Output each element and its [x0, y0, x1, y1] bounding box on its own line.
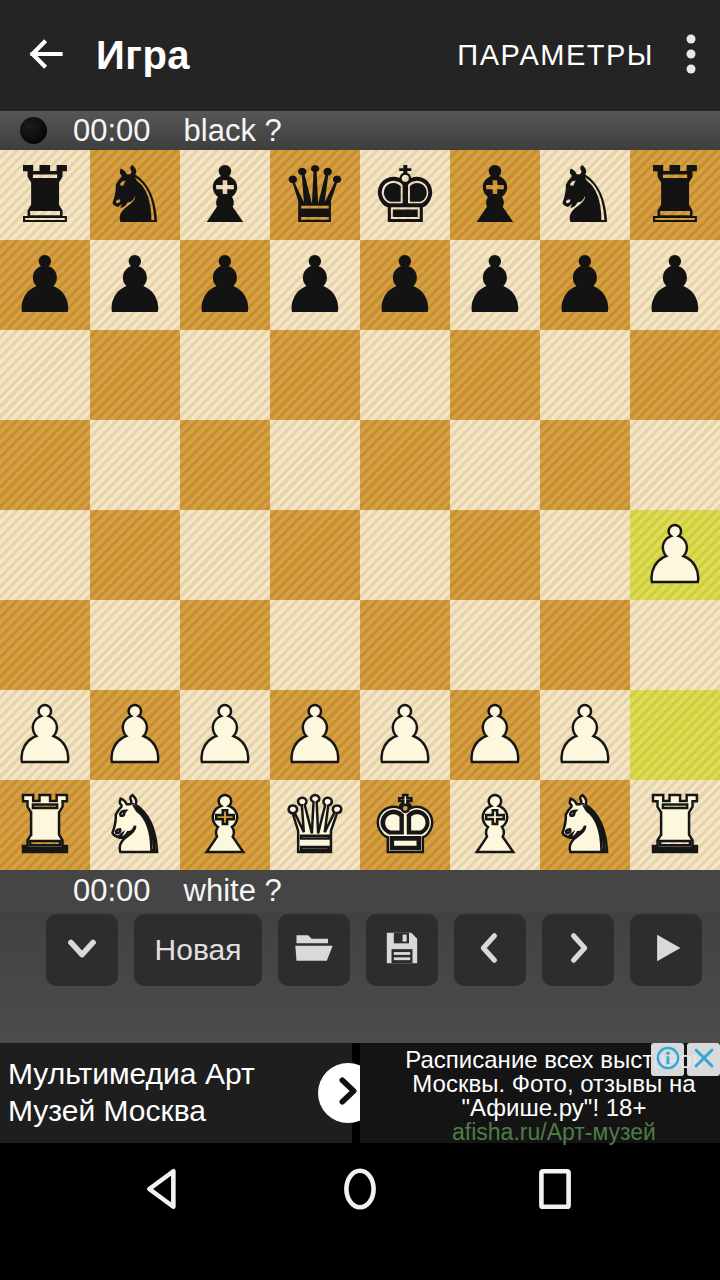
white-rook: ♜	[640, 780, 710, 870]
square-b6[interactable]	[90, 330, 180, 420]
square-d4[interactable]	[270, 510, 360, 600]
white-bishop: ♝	[460, 780, 530, 870]
save-game-button[interactable]	[366, 914, 438, 986]
square-d7[interactable]: ♟	[270, 240, 360, 330]
nav-recents-button[interactable]	[520, 1156, 590, 1226]
square-e3[interactable]	[360, 600, 450, 690]
white-pawn: ♟	[10, 690, 80, 780]
play-icon	[646, 928, 686, 972]
overflow-menu-button[interactable]	[662, 0, 720, 111]
square-f8[interactable]: ♝	[450, 150, 540, 240]
square-g6[interactable]	[540, 330, 630, 420]
square-b2[interactable]: ♟	[90, 690, 180, 780]
square-c6[interactable]	[180, 330, 270, 420]
black-bishop: ♝	[460, 150, 530, 240]
square-a3[interactable]	[0, 600, 90, 690]
undo-move-button[interactable]	[454, 914, 526, 986]
expand-panel-button[interactable]	[46, 914, 118, 986]
square-e7[interactable]: ♟	[360, 240, 450, 330]
black-pawn: ♟	[640, 240, 710, 330]
black-knight: ♞	[550, 150, 620, 240]
square-a1[interactable]: ♜	[0, 780, 90, 870]
white-pawn: ♟	[370, 690, 440, 780]
square-e5[interactable]	[360, 420, 450, 510]
chevron-right-icon	[558, 928, 598, 972]
square-d5[interactable]	[270, 420, 360, 510]
app-bar: Игра ПАРАМЕТРЫ	[0, 0, 720, 111]
ad-link[interactable]: afisha.ru/Арт-музей	[390, 1120, 718, 1144]
square-g3[interactable]	[540, 600, 630, 690]
square-c2[interactable]: ♟	[180, 690, 270, 780]
chevron-left-icon	[470, 928, 510, 972]
square-a5[interactable]	[0, 420, 90, 510]
ad-body-line3: "Афише.ру"! 18+	[390, 1096, 718, 1120]
ad-info-button[interactable]	[651, 1043, 684, 1076]
black-pawn: ♟	[280, 240, 350, 330]
white-pawn: ♟	[640, 510, 710, 600]
square-h2[interactable]	[630, 690, 720, 780]
square-a6[interactable]	[0, 330, 90, 420]
square-b1[interactable]: ♞	[90, 780, 180, 870]
black-pawn: ♟	[100, 240, 170, 330]
back-button[interactable]	[0, 0, 86, 111]
square-b4[interactable]	[90, 510, 180, 600]
ad-banner[interactable]: Мультимедиа Арт Музей Москва Расписание …	[0, 1043, 720, 1143]
black-pawn: ♟	[550, 240, 620, 330]
square-e6[interactable]	[360, 330, 450, 420]
square-h6[interactable]	[630, 330, 720, 420]
white-rook: ♜	[10, 780, 80, 870]
square-h8[interactable]: ♜	[630, 150, 720, 240]
play-button[interactable]	[630, 914, 702, 986]
square-h4[interactable]: ♟	[630, 510, 720, 600]
black-turn-indicator-icon	[20, 117, 47, 144]
square-f6[interactable]	[450, 330, 540, 420]
square-h7[interactable]: ♟	[630, 240, 720, 330]
white-player-bar: 00:00 white ?	[0, 870, 720, 912]
square-g7[interactable]: ♟	[540, 240, 630, 330]
square-f1[interactable]: ♝	[450, 780, 540, 870]
chess-app-screen: Игра ПАРАМЕТРЫ 00:00 black ? ♜♞♝♛♚♝♞♜♟♟♟…	[0, 0, 720, 1280]
control-panel: 00:00 white ? Новая	[0, 870, 720, 1043]
black-clock: 00:00	[73, 113, 151, 149]
black-player-label: black ?	[184, 113, 282, 149]
info-circle-icon	[653, 1043, 683, 1077]
chess-board[interactable]: ♜♞♝♛♚♝♞♜♟♟♟♟♟♟♟♟♟♟♟♟♟♟♟♟♜♞♝♛♚♝♞♜	[0, 150, 720, 870]
square-h3[interactable]	[630, 600, 720, 690]
white-pawn: ♟	[280, 690, 350, 780]
white-queen: ♛	[280, 780, 350, 870]
kebab-menu-icon	[686, 34, 696, 78]
square-c7[interactable]: ♟	[180, 240, 270, 330]
ad-choices	[651, 1043, 720, 1076]
black-rook: ♜	[10, 150, 80, 240]
black-bishop: ♝	[190, 150, 260, 240]
game-toolbar: Новая	[46, 914, 674, 986]
square-c8[interactable]: ♝	[180, 150, 270, 240]
parameters-menu-button[interactable]: ПАРАМЕТРЫ	[449, 19, 662, 92]
white-player-label: white ?	[184, 873, 282, 909]
square-f7[interactable]: ♟	[450, 240, 540, 330]
nav-back-triangle-icon	[142, 1166, 188, 1216]
square-e2[interactable]: ♟	[360, 690, 450, 780]
square-g1[interactable]: ♞	[540, 780, 630, 870]
square-a7[interactable]: ♟	[0, 240, 90, 330]
open-folder-icon	[293, 927, 335, 973]
square-e1[interactable]: ♚	[360, 780, 450, 870]
ad-close-button[interactable]	[687, 1043, 720, 1076]
new-game-label: Новая	[155, 933, 242, 967]
black-pawn: ♟	[10, 240, 80, 330]
save-floppy-icon	[381, 927, 423, 973]
square-f2[interactable]: ♟	[450, 690, 540, 780]
back-arrow-icon	[22, 33, 64, 79]
white-knight: ♞	[550, 780, 620, 870]
square-b5[interactable]	[90, 420, 180, 510]
square-d6[interactable]	[270, 330, 360, 420]
black-king: ♚	[370, 150, 440, 240]
black-pawn: ♟	[460, 240, 530, 330]
chevron-down-icon	[62, 928, 102, 972]
black-pawn: ♟	[190, 240, 260, 330]
square-b7[interactable]: ♟	[90, 240, 180, 330]
square-a8[interactable]: ♜	[0, 150, 90, 240]
white-pawn: ♟	[460, 690, 530, 780]
white-knight: ♞	[100, 780, 170, 870]
square-f5[interactable]	[450, 420, 540, 510]
white-pawn: ♟	[100, 690, 170, 780]
ad-headline-panel[interactable]: Мультимедиа Арт Музей Москва	[0, 1043, 352, 1143]
black-knight: ♞	[100, 150, 170, 240]
close-icon	[689, 1043, 719, 1077]
square-b8[interactable]: ♞	[90, 150, 180, 240]
open-game-button[interactable]	[278, 914, 350, 986]
redo-move-button[interactable]	[542, 914, 614, 986]
nav-back-button[interactable]	[130, 1156, 200, 1226]
black-queen: ♛	[280, 150, 350, 240]
ad-body-panel[interactable]: Расписание всех выставок Москвы. Фото, о…	[360, 1043, 720, 1143]
square-h1[interactable]: ♜	[630, 780, 720, 870]
square-c5[interactable]	[180, 420, 270, 510]
square-f3[interactable]	[450, 600, 540, 690]
nav-home-button[interactable]	[325, 1156, 395, 1226]
square-h5[interactable]	[630, 420, 720, 510]
ad-headline-line2: Музей Москва	[8, 1092, 352, 1129]
page-title: Игра	[96, 33, 190, 78]
square-b3[interactable]	[90, 600, 180, 690]
square-d8[interactable]: ♛	[270, 150, 360, 240]
ad-headline-line1: Мультимедиа Арт	[8, 1055, 352, 1092]
square-f4[interactable]	[450, 510, 540, 600]
square-a4[interactable]	[0, 510, 90, 600]
square-g8[interactable]: ♞	[540, 150, 630, 240]
black-pawn: ♟	[370, 240, 440, 330]
white-clock: 00:00	[73, 873, 151, 909]
white-bishop: ♝	[190, 780, 260, 870]
white-king: ♚	[370, 780, 440, 870]
android-nav-bar	[0, 1143, 720, 1238]
square-c3[interactable]	[180, 600, 270, 690]
square-g2[interactable]: ♟	[540, 690, 630, 780]
square-e4[interactable]	[360, 510, 450, 600]
square-a2[interactable]: ♟	[0, 690, 90, 780]
square-c4[interactable]	[180, 510, 270, 600]
square-d3[interactable]	[270, 600, 360, 690]
black-player-bar: 00:00 black ?	[0, 111, 720, 150]
square-g4[interactable]	[540, 510, 630, 600]
black-rook: ♜	[640, 150, 710, 240]
square-c1[interactable]: ♝	[180, 780, 270, 870]
square-e8[interactable]: ♚	[360, 150, 450, 240]
square-g5[interactable]	[540, 420, 630, 510]
white-pawn: ♟	[190, 690, 260, 780]
nav-home-circle-icon	[337, 1166, 383, 1216]
nav-recents-square-icon	[532, 1166, 578, 1216]
square-d1[interactable]: ♛	[270, 780, 360, 870]
white-pawn: ♟	[550, 690, 620, 780]
new-game-button[interactable]: Новая	[134, 914, 262, 986]
square-d2[interactable]: ♟	[270, 690, 360, 780]
